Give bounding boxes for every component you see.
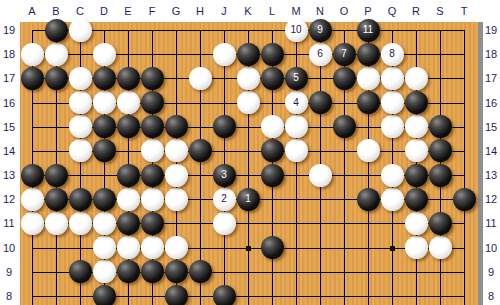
column-label-T: T xyxy=(454,0,474,22)
black-stone-A13[interactable] xyxy=(21,164,44,187)
go-game-viewer: ABCDEFGHJKLMNOPQRST191918181717161615151… xyxy=(0,0,500,305)
white-stone-G10[interactable] xyxy=(165,236,188,259)
row-label-right-12: 12 xyxy=(482,192,500,206)
white-stone-A18[interactable] xyxy=(21,43,44,66)
move-number-11: 11 xyxy=(363,25,373,35)
row-label-left-10: 10 xyxy=(0,241,18,255)
white-stone-Q12[interactable] xyxy=(381,188,404,211)
white-stone-M15[interactable] xyxy=(285,115,308,138)
white-stone-Q17[interactable] xyxy=(381,67,404,90)
black-stone-R13[interactable] xyxy=(405,164,428,187)
black-stone-A17[interactable] xyxy=(21,67,44,90)
row-label-right-15: 15 xyxy=(482,120,500,134)
white-stone-N18[interactable]: 6 xyxy=(309,43,332,66)
move-number-10: 10 xyxy=(290,25,301,35)
move-number-6: 6 xyxy=(317,49,323,59)
black-stone-E13[interactable] xyxy=(117,164,140,187)
move-number-5: 5 xyxy=(293,73,299,83)
column-label-R: R xyxy=(406,0,426,22)
black-stone-C9[interactable] xyxy=(69,260,92,283)
white-stone-R14[interactable] xyxy=(405,139,428,162)
black-stone-R12[interactable] xyxy=(405,188,428,211)
white-stone-R11[interactable] xyxy=(405,212,428,235)
row-label-right-11: 11 xyxy=(482,216,500,230)
column-label-F: F xyxy=(142,0,162,22)
black-stone-O18[interactable]: 7 xyxy=(333,43,356,66)
black-stone-O15[interactable] xyxy=(333,115,356,138)
row-label-left-9: 9 xyxy=(0,265,18,279)
black-stone-J8[interactable] xyxy=(213,285,236,305)
white-stone-B18[interactable] xyxy=(45,43,68,66)
black-stone-P16[interactable] xyxy=(357,91,380,114)
move-number-7: 7 xyxy=(341,49,347,59)
black-stone-B12[interactable] xyxy=(45,188,68,211)
row-label-right-19: 19 xyxy=(482,23,500,37)
white-stone-H17[interactable] xyxy=(189,67,212,90)
black-stone-J13[interactable]: 3 xyxy=(213,164,236,187)
white-stone-M16[interactable]: 4 xyxy=(285,91,308,114)
black-stone-D14[interactable] xyxy=(93,139,116,162)
black-stone-G8[interactable] xyxy=(165,285,188,305)
black-stone-S15[interactable] xyxy=(429,115,452,138)
white-stone-L15[interactable] xyxy=(261,115,284,138)
row-label-left-19: 19 xyxy=(0,23,18,37)
black-stone-K12[interactable]: 1 xyxy=(237,188,260,211)
white-stone-E12[interactable] xyxy=(117,188,140,211)
white-stone-K16[interactable] xyxy=(237,91,260,114)
white-stone-P17[interactable] xyxy=(357,67,380,90)
white-stone-D9[interactable] xyxy=(93,260,116,283)
move-number-4: 4 xyxy=(293,98,299,108)
black-stone-C12[interactable] xyxy=(69,188,92,211)
column-label-O: O xyxy=(334,0,354,22)
white-stone-C19[interactable] xyxy=(69,19,92,42)
black-stone-D17[interactable] xyxy=(93,67,116,90)
black-stone-S13[interactable] xyxy=(429,164,452,187)
black-stone-D12[interactable] xyxy=(93,188,116,211)
row-label-right-10: 10 xyxy=(482,241,500,255)
grid-line-row-19 xyxy=(32,30,465,31)
white-stone-R17[interactable] xyxy=(405,67,428,90)
row-label-right-13: 13 xyxy=(482,168,500,182)
black-stone-B19[interactable] xyxy=(45,19,68,42)
white-stone-D18[interactable] xyxy=(93,43,116,66)
black-stone-L17[interactable] xyxy=(261,67,284,90)
white-stone-E10[interactable] xyxy=(117,236,140,259)
white-stone-D11[interactable] xyxy=(93,212,116,235)
row-label-left-8: 8 xyxy=(0,289,18,303)
black-stone-N16[interactable] xyxy=(309,91,332,114)
move-number-3: 3 xyxy=(221,170,227,180)
grid-line-col-T xyxy=(464,30,465,305)
row-label-right-14: 14 xyxy=(482,144,500,158)
white-stone-F14[interactable] xyxy=(141,139,164,162)
black-stone-L18[interactable] xyxy=(261,43,284,66)
row-label-left-18: 18 xyxy=(0,47,18,61)
black-stone-F16[interactable] xyxy=(141,91,164,114)
black-stone-D8[interactable] xyxy=(93,285,116,305)
white-stone-C16[interactable] xyxy=(69,91,92,114)
black-stone-F13[interactable] xyxy=(141,164,164,187)
row-label-right-18: 18 xyxy=(482,47,500,61)
black-stone-G15[interactable] xyxy=(165,115,188,138)
black-stone-E11[interactable] xyxy=(117,212,140,235)
white-stone-F10[interactable] xyxy=(141,236,164,259)
black-stone-H9[interactable] xyxy=(189,260,212,283)
black-stone-E17[interactable] xyxy=(117,67,140,90)
white-stone-G12[interactable] xyxy=(165,188,188,211)
row-label-left-16: 16 xyxy=(0,96,18,110)
white-stone-Q18[interactable]: 8 xyxy=(381,43,404,66)
white-stone-J11[interactable] xyxy=(213,212,236,235)
row-label-right-8: 8 xyxy=(482,289,500,303)
move-number-1: 1 xyxy=(245,194,251,204)
white-stone-Q13[interactable] xyxy=(381,164,404,187)
column-label-E: E xyxy=(118,0,138,22)
white-stone-R15[interactable] xyxy=(405,115,428,138)
white-stone-A11[interactable] xyxy=(21,212,44,235)
black-stone-P19[interactable]: 11 xyxy=(357,19,380,42)
board-edge-shadow xyxy=(478,22,483,305)
white-stone-E16[interactable] xyxy=(117,91,140,114)
black-stone-B13[interactable] xyxy=(45,164,68,187)
row-label-left-14: 14 xyxy=(0,144,18,158)
white-stone-N13[interactable] xyxy=(309,164,332,187)
star-point-Q10 xyxy=(390,246,395,251)
row-label-left-11: 11 xyxy=(0,216,18,230)
black-stone-L10[interactable] xyxy=(261,236,284,259)
row-label-right-16: 16 xyxy=(482,96,500,110)
white-stone-M14[interactable] xyxy=(285,139,308,162)
black-stone-F15[interactable] xyxy=(141,115,164,138)
black-stone-J15[interactable] xyxy=(213,115,236,138)
row-label-left-13: 13 xyxy=(0,168,18,182)
white-stone-C17[interactable] xyxy=(69,67,92,90)
white-stone-K17[interactable] xyxy=(237,67,260,90)
white-stone-B11[interactable] xyxy=(45,212,68,235)
white-stone-C11[interactable] xyxy=(69,212,92,235)
white-stone-S10[interactable] xyxy=(429,236,452,259)
black-stone-D15[interactable] xyxy=(93,115,116,138)
star-point-K10 xyxy=(246,246,251,251)
black-stone-M17[interactable]: 5 xyxy=(285,67,308,90)
white-stone-Q15[interactable] xyxy=(381,115,404,138)
white-stone-D16[interactable] xyxy=(93,91,116,114)
white-stone-M19[interactable]: 10 xyxy=(285,19,308,42)
white-stone-F12[interactable] xyxy=(141,188,164,211)
white-stone-C14[interactable] xyxy=(69,139,92,162)
white-stone-G13[interactable] xyxy=(165,164,188,187)
black-stone-L13[interactable] xyxy=(261,164,284,187)
move-number-8: 8 xyxy=(389,49,395,59)
black-stone-P18[interactable] xyxy=(357,43,380,66)
white-stone-P14[interactable] xyxy=(357,139,380,162)
column-label-J: J xyxy=(214,0,234,22)
column-label-S: S xyxy=(430,0,450,22)
white-stone-G14[interactable] xyxy=(165,139,188,162)
black-stone-N19[interactable]: 9 xyxy=(309,19,332,42)
black-stone-E15[interactable] xyxy=(117,115,140,138)
column-label-Q: Q xyxy=(382,0,402,22)
black-stone-T12[interactable] xyxy=(453,188,476,211)
white-stone-R10[interactable] xyxy=(405,236,428,259)
black-stone-F11[interactable] xyxy=(141,212,164,235)
column-label-L: L xyxy=(262,0,282,22)
row-label-left-17: 17 xyxy=(0,71,18,85)
white-stone-J18[interactable] xyxy=(213,43,236,66)
black-stone-B17[interactable] xyxy=(45,67,68,90)
white-stone-Q16[interactable] xyxy=(381,91,404,114)
white-stone-D10[interactable] xyxy=(93,236,116,259)
column-label-K: K xyxy=(238,0,258,22)
black-stone-F9[interactable] xyxy=(141,260,164,283)
column-label-G: G xyxy=(166,0,186,22)
column-label-A: A xyxy=(22,0,42,22)
black-stone-L14[interactable] xyxy=(261,139,284,162)
black-stone-R16[interactable] xyxy=(405,91,428,114)
black-stone-K18[interactable] xyxy=(237,43,260,66)
black-stone-H14[interactable] xyxy=(189,139,212,162)
column-label-D: D xyxy=(94,0,114,22)
black-stone-G9[interactable] xyxy=(165,260,188,283)
black-stone-P12[interactable] xyxy=(357,188,380,211)
white-stone-A12[interactable] xyxy=(21,188,44,211)
row-label-right-9: 9 xyxy=(482,265,500,279)
row-label-left-15: 15 xyxy=(0,120,18,134)
row-label-left-12: 12 xyxy=(0,192,18,206)
black-stone-S14[interactable] xyxy=(429,139,452,162)
white-stone-J12[interactable]: 2 xyxy=(213,188,236,211)
black-stone-O17[interactable] xyxy=(333,67,356,90)
column-label-H: H xyxy=(190,0,210,22)
black-stone-F17[interactable] xyxy=(141,67,164,90)
black-stone-E9[interactable] xyxy=(117,260,140,283)
row-label-right-17: 17 xyxy=(482,71,500,85)
move-number-2: 2 xyxy=(221,194,227,204)
move-number-9: 9 xyxy=(317,25,323,35)
white-stone-C15[interactable] xyxy=(69,115,92,138)
black-stone-S11[interactable] xyxy=(429,212,452,235)
